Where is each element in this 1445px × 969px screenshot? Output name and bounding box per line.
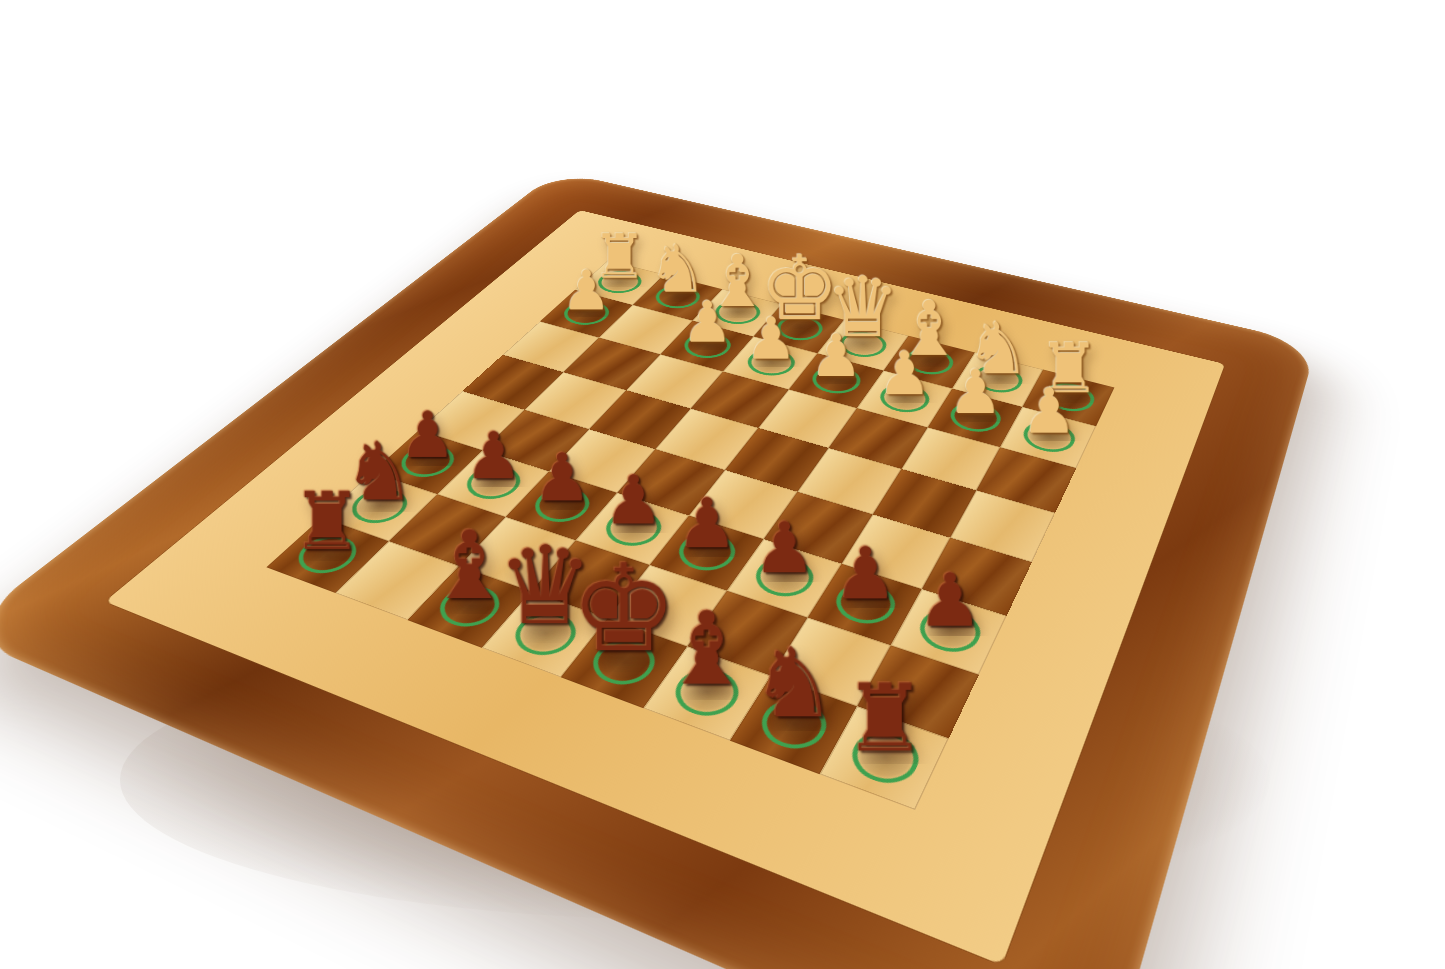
scene: ♜♞♝♚♛♝♞♜♟♟♟♟♟♟♟♟♟♟♟♟♟♟♟♞♜♝♛♚♝♞♜ [0,0,1445,969]
black-pawn-glyph: ♟ [858,564,1041,637]
rosewood-frame: ♜♞♝♚♛♝♞♜♟♟♟♟♟♟♟♟♟♟♟♟♟♟♟♞♜♝♛♚♝♞♜ [0,171,1317,969]
chess-board: ♜♞♝♚♛♝♞♜♟♟♟♟♟♟♟♟♟♟♟♟♟♟♟♞♜♝♛♚♝♞♜ [0,171,1317,969]
white-pawn-glyph: ♟ [518,263,655,318]
photo-stage: ♜♞♝♚♛♝♞♜♟♟♟♟♟♟♟♟♟♟♟♟♟♟♟♞♜♝♛♚♝♞♜ chess [0,0,1445,969]
white-pawn-glyph: ♟ [971,380,1126,442]
square-a2[interactable]: ♟ [1000,407,1096,468]
square-a6[interactable]: ♟ [891,589,1006,674]
maple-border-strip: ♜♞♝♚♛♝♞♜♟♟♟♟♟♟♟♟♟♟♟♟♟♟♟♞♜♝♛♚♝♞♜ [105,210,1225,965]
black-rook-glyph: ♜ [784,670,986,763]
square-a8[interactable]: ♜ [820,707,949,810]
board-grid: ♜♞♝♚♛♝♞♜♟♟♟♟♟♟♟♟♟♟♟♟♟♟♟♞♜♝♛♚♝♞♜ [266,260,1114,810]
